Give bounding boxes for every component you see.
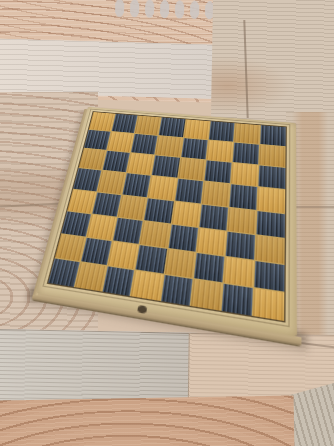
square-b2 bbox=[81, 238, 112, 265]
square-e5 bbox=[175, 179, 203, 203]
floor-plank-bottom-cathedral bbox=[0, 395, 294, 446]
square-f7 bbox=[206, 140, 233, 162]
square-c2 bbox=[108, 241, 139, 269]
photo-scene bbox=[0, 0, 334, 446]
square-d5 bbox=[148, 176, 176, 200]
floor-grain-cathedral-tips bbox=[112, 0, 223, 31]
square-f2 bbox=[193, 253, 224, 283]
square-e4 bbox=[171, 201, 200, 227]
square-h1 bbox=[253, 288, 284, 321]
square-b5 bbox=[98, 171, 126, 194]
square-g6 bbox=[231, 163, 258, 186]
square-c5 bbox=[123, 174, 151, 197]
square-h3 bbox=[255, 235, 285, 264]
square-c4 bbox=[118, 195, 147, 220]
square-a5 bbox=[73, 168, 101, 191]
square-b4 bbox=[93, 192, 122, 216]
square-b8 bbox=[112, 114, 138, 133]
square-c1 bbox=[103, 266, 135, 296]
floor-plank-top-right bbox=[211, 0, 334, 123]
square-c8 bbox=[135, 116, 161, 136]
floor-plank-light-band bbox=[0, 39, 241, 100]
square-d7 bbox=[156, 136, 183, 157]
square-f4 bbox=[199, 204, 228, 230]
square-b1 bbox=[75, 262, 107, 291]
board-grid bbox=[47, 111, 287, 322]
square-h5 bbox=[257, 187, 285, 212]
square-h4 bbox=[256, 211, 285, 238]
square-e7 bbox=[181, 138, 208, 159]
square-h7 bbox=[259, 145, 285, 167]
square-e8 bbox=[183, 119, 209, 139]
square-f8 bbox=[208, 121, 234, 141]
square-d8 bbox=[159, 117, 185, 137]
floor-plank-bottom-light bbox=[0, 329, 199, 405]
square-e1 bbox=[160, 275, 192, 306]
square-d3 bbox=[140, 221, 170, 248]
square-f1 bbox=[190, 279, 222, 311]
square-c6 bbox=[127, 153, 154, 175]
square-h6 bbox=[258, 166, 285, 190]
square-g4 bbox=[227, 207, 256, 233]
square-a4 bbox=[67, 189, 96, 213]
square-f5 bbox=[202, 182, 230, 206]
square-d4 bbox=[144, 198, 173, 223]
square-d6 bbox=[152, 156, 179, 178]
square-a8 bbox=[89, 112, 115, 131]
square-g5 bbox=[229, 185, 257, 210]
square-b6 bbox=[103, 151, 130, 173]
square-c3 bbox=[113, 217, 143, 243]
checkerboard bbox=[37, 107, 297, 337]
square-h2 bbox=[254, 261, 284, 292]
square-g3 bbox=[225, 231, 255, 259]
square-e6 bbox=[178, 158, 205, 181]
square-c7 bbox=[131, 134, 158, 155]
square-f3 bbox=[196, 228, 226, 256]
square-f6 bbox=[204, 161, 231, 184]
square-e3 bbox=[168, 224, 198, 251]
square-d2 bbox=[136, 245, 167, 273]
square-a3 bbox=[61, 211, 91, 236]
square-g2 bbox=[223, 257, 253, 287]
square-b7 bbox=[107, 132, 134, 152]
square-h8 bbox=[260, 125, 286, 146]
square-a7 bbox=[84, 130, 111, 150]
square-g8 bbox=[234, 123, 260, 144]
square-b3 bbox=[87, 214, 117, 240]
square-d1 bbox=[131, 270, 163, 300]
square-g1 bbox=[221, 284, 252, 316]
square-e2 bbox=[164, 249, 195, 278]
square-g7 bbox=[232, 143, 258, 165]
square-a6 bbox=[79, 149, 106, 170]
